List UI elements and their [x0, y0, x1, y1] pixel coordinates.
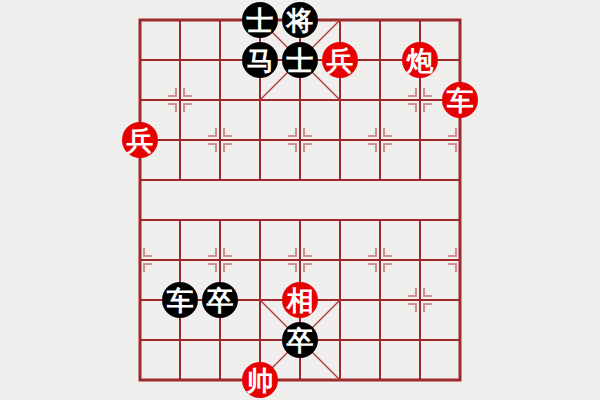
board: 士将马士兵炮车兵车卒相卒帅: [120, 0, 480, 400]
piece-red-elephant[interactable]: 相: [282, 282, 318, 318]
piece-black-chariot[interactable]: 车: [162, 282, 198, 318]
piece-black-soldier-1[interactable]: 卒: [202, 282, 238, 318]
piece-black-advisor-1[interactable]: 士: [242, 2, 278, 38]
xiangqi-diagram: 士将马士兵炮车兵车卒相卒帅: [0, 0, 600, 400]
piece-black-soldier-2[interactable]: 卒: [282, 322, 318, 358]
piece-red-soldier-1[interactable]: 兵: [322, 42, 358, 78]
piece-black-horse[interactable]: 马: [242, 42, 278, 78]
piece-black-advisor-2[interactable]: 士: [282, 42, 318, 78]
piece-red-chariot[interactable]: 车: [442, 82, 478, 118]
piece-red-cannon[interactable]: 炮: [402, 42, 438, 78]
piece-black-general[interactable]: 将: [282, 2, 318, 38]
piece-red-soldier-2[interactable]: 兵: [122, 122, 158, 158]
piece-red-general[interactable]: 帅: [242, 362, 278, 398]
